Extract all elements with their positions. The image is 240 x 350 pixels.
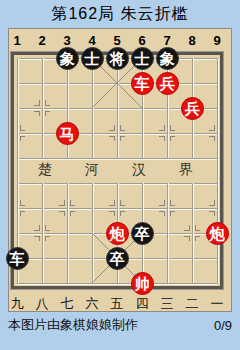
piece-black-advisor[interactable]: 士 — [81, 47, 104, 70]
piece-red-chariot[interactable]: 车 — [131, 72, 154, 95]
piece-red-cannon[interactable]: 炮 — [106, 222, 129, 245]
piece-black-elephant[interactable]: 象 — [56, 47, 79, 70]
file-label-bottom-5: 五 — [111, 295, 124, 313]
file-label-bottom-2: 八 — [36, 295, 49, 313]
piece-black-soldier[interactable]: 卒 — [106, 247, 129, 270]
piece-black-chariot[interactable]: 车 — [6, 247, 29, 270]
credit-text: 本图片由象棋娘娘制作 — [8, 316, 138, 334]
file-label-bottom-6: 四 — [136, 295, 149, 313]
file-label-bottom-7: 三 — [161, 295, 174, 313]
file-label-bottom-1: 九 — [11, 295, 24, 313]
piece-red-horse[interactable]: 马 — [56, 122, 79, 145]
file-label-bottom-9: 一 — [211, 295, 224, 313]
piece-black-general[interactable]: 将 — [106, 47, 129, 70]
piece-red-soldier[interactable]: 兵 — [156, 72, 179, 95]
piece-black-elephant[interactable]: 象 — [156, 47, 179, 70]
piece-black-advisor[interactable]: 士 — [131, 47, 154, 70]
file-label-bottom-3: 七 — [61, 295, 74, 313]
piece-red-soldier[interactable]: 兵 — [181, 97, 204, 120]
piece-black-soldier[interactable]: 卒 — [131, 222, 154, 245]
xiangqi-app: 第162局 朱云折槛 123456789 楚河汉界 象士将士象车兵兵马炮卒炮车卒… — [0, 0, 240, 350]
file-label-bottom-8: 二 — [186, 295, 199, 313]
file-labels-bottom: 九八七六五四三二一 — [5, 294, 230, 314]
footer-bar: 本图片由象棋娘娘制作 0/9 — [0, 312, 240, 338]
move-counter: 0/9 — [214, 318, 232, 333]
piece-red-general[interactable]: 帅 — [131, 272, 154, 295]
piece-grid: 象士将士象车兵兵马炮卒炮车卒帅 — [5, 46, 230, 296]
piece-red-cannon[interactable]: 炮 — [206, 222, 229, 245]
file-label-bottom-4: 六 — [86, 295, 99, 313]
